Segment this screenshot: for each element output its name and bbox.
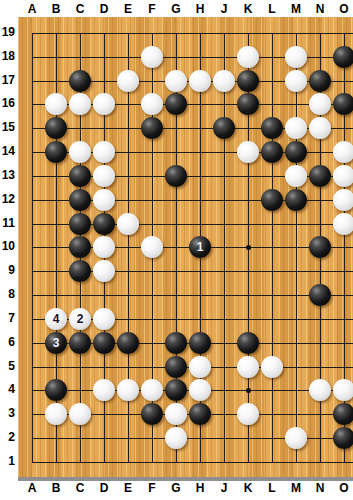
black-stone xyxy=(333,46,353,68)
row-label: 15 xyxy=(0,120,15,134)
col-label-bottom: A xyxy=(28,481,37,495)
col-label-bottom: M xyxy=(291,481,301,495)
black-stone xyxy=(309,284,331,306)
black-stone xyxy=(333,403,353,425)
black-stone xyxy=(69,70,91,92)
col-label-top: O xyxy=(339,2,348,16)
row-label: 19 xyxy=(0,25,15,39)
black-stone xyxy=(333,93,353,115)
black-stone xyxy=(309,70,331,92)
row-label: 12 xyxy=(0,192,15,206)
white-stone xyxy=(237,141,259,163)
white-stone xyxy=(117,213,139,235)
col-label-bottom: F xyxy=(148,481,155,495)
col-label-top: E xyxy=(124,2,132,16)
white-stone xyxy=(165,427,187,449)
col-label-top: A xyxy=(28,2,37,16)
white-stone xyxy=(285,46,307,68)
col-label-top: N xyxy=(316,2,325,16)
row-label: 18 xyxy=(0,49,15,63)
grid-line-horizontal xyxy=(32,462,353,463)
black-stone xyxy=(261,189,283,211)
col-label-bottom: G xyxy=(171,481,180,495)
row-label: 4 xyxy=(0,382,15,396)
move-number-label: 2 xyxy=(69,308,91,330)
col-label-top: H xyxy=(196,2,205,16)
white-stone xyxy=(69,141,91,163)
row-label: 9 xyxy=(0,263,15,277)
white-stone xyxy=(285,165,307,187)
row-label: 10 xyxy=(0,239,15,253)
black-stone xyxy=(285,141,307,163)
black-stone: 3 xyxy=(45,332,67,354)
white-stone xyxy=(285,70,307,92)
col-label-bottom: J xyxy=(221,481,228,495)
col-label-bottom: H xyxy=(196,481,205,495)
row-label: 17 xyxy=(0,73,15,87)
white-stone xyxy=(93,308,115,330)
col-label-top: J xyxy=(221,2,228,16)
move-number-label: 3 xyxy=(45,332,67,354)
row-label: 7 xyxy=(0,311,15,325)
black-stone xyxy=(189,332,211,354)
row-label: 5 xyxy=(0,359,15,373)
black-stone xyxy=(165,356,187,378)
col-label-top: K xyxy=(244,2,253,16)
black-stone xyxy=(69,189,91,211)
col-label-bottom: L xyxy=(268,481,275,495)
col-label-bottom: D xyxy=(100,481,109,495)
white-stone xyxy=(237,46,259,68)
row-label: 11 xyxy=(0,216,15,230)
black-stone xyxy=(165,332,187,354)
black-stone xyxy=(93,213,115,235)
black-stone xyxy=(261,141,283,163)
white-stone xyxy=(93,189,115,211)
white-stone xyxy=(93,141,115,163)
white-stone xyxy=(117,70,139,92)
grid-line-horizontal xyxy=(32,295,353,296)
grid-line-horizontal xyxy=(32,33,353,34)
row-label: 16 xyxy=(0,96,15,110)
row-label: 13 xyxy=(0,168,15,182)
row-label: 14 xyxy=(0,144,15,158)
white-stone xyxy=(141,46,163,68)
col-label-top: L xyxy=(268,2,275,16)
move-number-label: 4 xyxy=(45,308,67,330)
col-label-bottom: K xyxy=(244,481,253,495)
black-stone xyxy=(93,332,115,354)
white-stone xyxy=(333,165,353,187)
go-game-screenshot: 1342 AABBCCDDEEFFGGHHJJKKLLMMNNOO1918171… xyxy=(0,0,353,500)
white-stone xyxy=(189,70,211,92)
row-label: 3 xyxy=(0,406,15,420)
col-label-top: M xyxy=(291,2,301,16)
row-label: 8 xyxy=(0,287,15,301)
black-stone xyxy=(165,165,187,187)
black-stone xyxy=(333,427,353,449)
black-stone xyxy=(69,213,91,235)
col-label-top: G xyxy=(171,2,180,16)
board-edge-shadow xyxy=(18,477,353,481)
move-number-label: 1 xyxy=(189,236,211,258)
black-stone xyxy=(45,141,67,163)
col-label-bottom: E xyxy=(124,481,132,495)
white-stone xyxy=(333,141,353,163)
col-label-bottom: O xyxy=(339,481,348,495)
row-label: 1 xyxy=(0,454,15,468)
col-label-bottom: N xyxy=(316,481,325,495)
col-label-top: B xyxy=(52,2,61,16)
white-stone: 4 xyxy=(45,308,67,330)
black-stone xyxy=(285,189,307,211)
white-stone xyxy=(93,165,115,187)
black-stone xyxy=(237,332,259,354)
white-stone xyxy=(285,427,307,449)
col-label-top: F xyxy=(148,2,155,16)
white-stone xyxy=(333,213,353,235)
white-stone xyxy=(333,189,353,211)
col-label-bottom: B xyxy=(52,481,61,495)
black-stone xyxy=(117,332,139,354)
row-label: 6 xyxy=(0,335,15,349)
white-stone: 2 xyxy=(69,308,91,330)
col-label-top: C xyxy=(76,2,85,16)
row-label: 2 xyxy=(0,430,15,444)
white-stone xyxy=(333,379,353,401)
col-label-bottom: C xyxy=(76,481,85,495)
black-stone: 1 xyxy=(189,236,211,258)
col-label-top: D xyxy=(100,2,109,16)
black-stone xyxy=(69,165,91,187)
black-stone xyxy=(69,332,91,354)
white-stone xyxy=(165,70,187,92)
black-stone xyxy=(309,165,331,187)
white-stone xyxy=(237,356,259,378)
white-stone xyxy=(189,356,211,378)
white-stone xyxy=(261,356,283,378)
white-stone xyxy=(213,70,235,92)
black-stone xyxy=(237,70,259,92)
